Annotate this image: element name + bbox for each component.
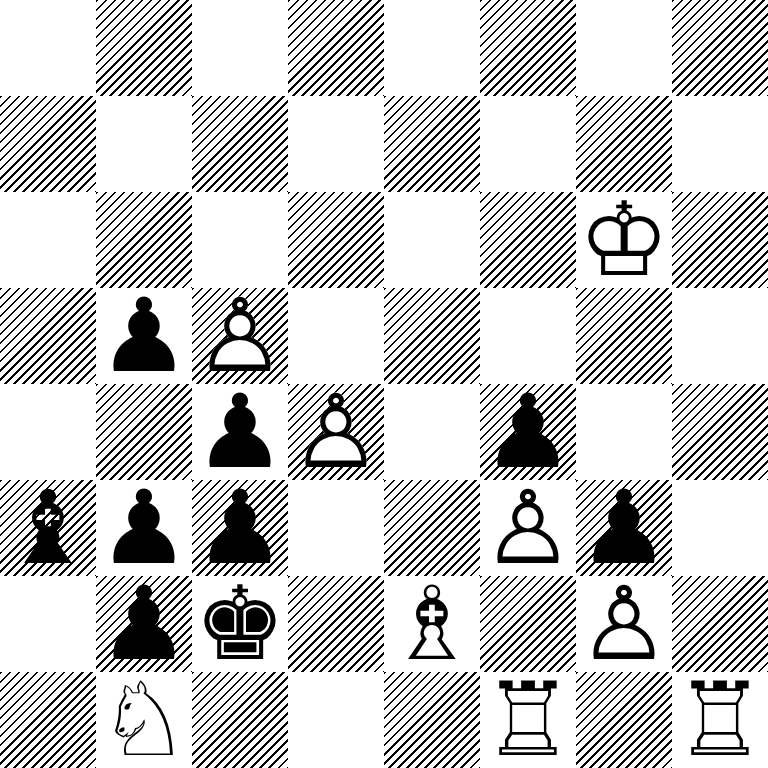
square-h2[interactable]: [672, 576, 768, 672]
square-c4[interactable]: ♟: [192, 384, 288, 480]
square-e2[interactable]: ♝♗: [384, 576, 480, 672]
square-e6[interactable]: [384, 192, 480, 288]
square-f1[interactable]: ♜♖: [480, 672, 576, 768]
square-d2[interactable]: [288, 576, 384, 672]
square-a4[interactable]: [0, 384, 96, 480]
square-c7[interactable]: [192, 96, 288, 192]
white-pawn[interactable]: ♟♙: [480, 480, 576, 576]
square-f7[interactable]: [480, 96, 576, 192]
square-g2[interactable]: ♟♙: [576, 576, 672, 672]
square-a2[interactable]: [0, 576, 96, 672]
square-e8[interactable]: [384, 0, 480, 96]
black-pawn[interactable]: ♟: [192, 384, 288, 480]
square-h6[interactable]: [672, 192, 768, 288]
square-g8[interactable]: [576, 0, 672, 96]
square-c3[interactable]: ♟: [192, 480, 288, 576]
square-b2[interactable]: ♟: [96, 576, 192, 672]
white-pawn-outline: ♙: [576, 576, 672, 672]
white-rook[interactable]: ♜♖: [672, 672, 768, 768]
black-pawn[interactable]: ♟: [96, 288, 192, 384]
square-g6[interactable]: ♚♔: [576, 192, 672, 288]
white-bishop[interactable]: ♝♗: [384, 576, 480, 672]
square-d4[interactable]: ♟♙: [288, 384, 384, 480]
square-d7[interactable]: [288, 96, 384, 192]
square-b8[interactable]: [96, 0, 192, 96]
square-c6[interactable]: [192, 192, 288, 288]
square-h7[interactable]: [672, 96, 768, 192]
square-g1[interactable]: [576, 672, 672, 768]
square-h1[interactable]: ♜♖: [672, 672, 768, 768]
square-f6[interactable]: [480, 192, 576, 288]
square-d1[interactable]: [288, 672, 384, 768]
square-f5[interactable]: [480, 288, 576, 384]
white-knight[interactable]: ♞♘: [96, 672, 192, 768]
square-e1[interactable]: [384, 672, 480, 768]
square-e5[interactable]: [384, 288, 480, 384]
square-b4[interactable]: [96, 384, 192, 480]
square-c5[interactable]: ♟♙: [192, 288, 288, 384]
square-b6[interactable]: [96, 192, 192, 288]
square-g5[interactable]: [576, 288, 672, 384]
white-rook[interactable]: ♜♖: [480, 672, 576, 768]
black-pawn[interactable]: ♟: [192, 480, 288, 576]
square-e7[interactable]: [384, 96, 480, 192]
white-rook-outline: ♖: [672, 672, 768, 768]
black-pawn[interactable]: ♟: [576, 480, 672, 576]
white-bishop-outline: ♗: [384, 576, 480, 672]
white-pawn[interactable]: ♟♙: [576, 576, 672, 672]
square-a3[interactable]: ♝: [0, 480, 96, 576]
square-c1[interactable]: [192, 672, 288, 768]
chess-board: ♚♔♟♟♙♟♟♙♟♝♟♟♟♙♟♟♚♝♗♟♙♞♘♜♖♜♖: [0, 0, 768, 768]
square-a1[interactable]: [0, 672, 96, 768]
square-b1[interactable]: ♞♘: [96, 672, 192, 768]
square-c8[interactable]: [192, 0, 288, 96]
square-f4[interactable]: ♟: [480, 384, 576, 480]
square-d6[interactable]: [288, 192, 384, 288]
square-d8[interactable]: [288, 0, 384, 96]
square-a8[interactable]: [0, 0, 96, 96]
black-king[interactable]: ♚: [192, 576, 288, 672]
square-h4[interactable]: [672, 384, 768, 480]
square-d3[interactable]: [288, 480, 384, 576]
white-pawn-outline: ♙: [480, 480, 576, 576]
square-f8[interactable]: [480, 0, 576, 96]
square-f3[interactable]: ♟♙: [480, 480, 576, 576]
square-c2[interactable]: ♚: [192, 576, 288, 672]
black-bishop[interactable]: ♝: [0, 480, 96, 576]
square-a7[interactable]: [0, 96, 96, 192]
square-f2[interactable]: [480, 576, 576, 672]
square-e3[interactable]: [384, 480, 480, 576]
white-pawn[interactable]: ♟♙: [288, 384, 384, 480]
square-h3[interactable]: [672, 480, 768, 576]
square-e4[interactable]: [384, 384, 480, 480]
white-king[interactable]: ♚♔: [576, 192, 672, 288]
square-b7[interactable]: [96, 96, 192, 192]
square-a6[interactable]: [0, 192, 96, 288]
black-pawn[interactable]: ♟: [96, 576, 192, 672]
square-d5[interactable]: [288, 288, 384, 384]
white-king-outline: ♔: [576, 192, 672, 288]
square-a5[interactable]: [0, 288, 96, 384]
white-pawn-outline: ♙: [192, 288, 288, 384]
square-g4[interactable]: [576, 384, 672, 480]
square-b3[interactable]: ♟: [96, 480, 192, 576]
white-pawn[interactable]: ♟♙: [192, 288, 288, 384]
white-pawn-outline: ♙: [288, 384, 384, 480]
square-h8[interactable]: [672, 0, 768, 96]
square-g3[interactable]: ♟: [576, 480, 672, 576]
black-pawn[interactable]: ♟: [480, 384, 576, 480]
square-g7[interactable]: [576, 96, 672, 192]
white-rook-outline: ♖: [480, 672, 576, 768]
square-h5[interactable]: [672, 288, 768, 384]
square-b5[interactable]: ♟: [96, 288, 192, 384]
white-knight-outline: ♘: [96, 672, 192, 768]
black-pawn[interactable]: ♟: [96, 480, 192, 576]
